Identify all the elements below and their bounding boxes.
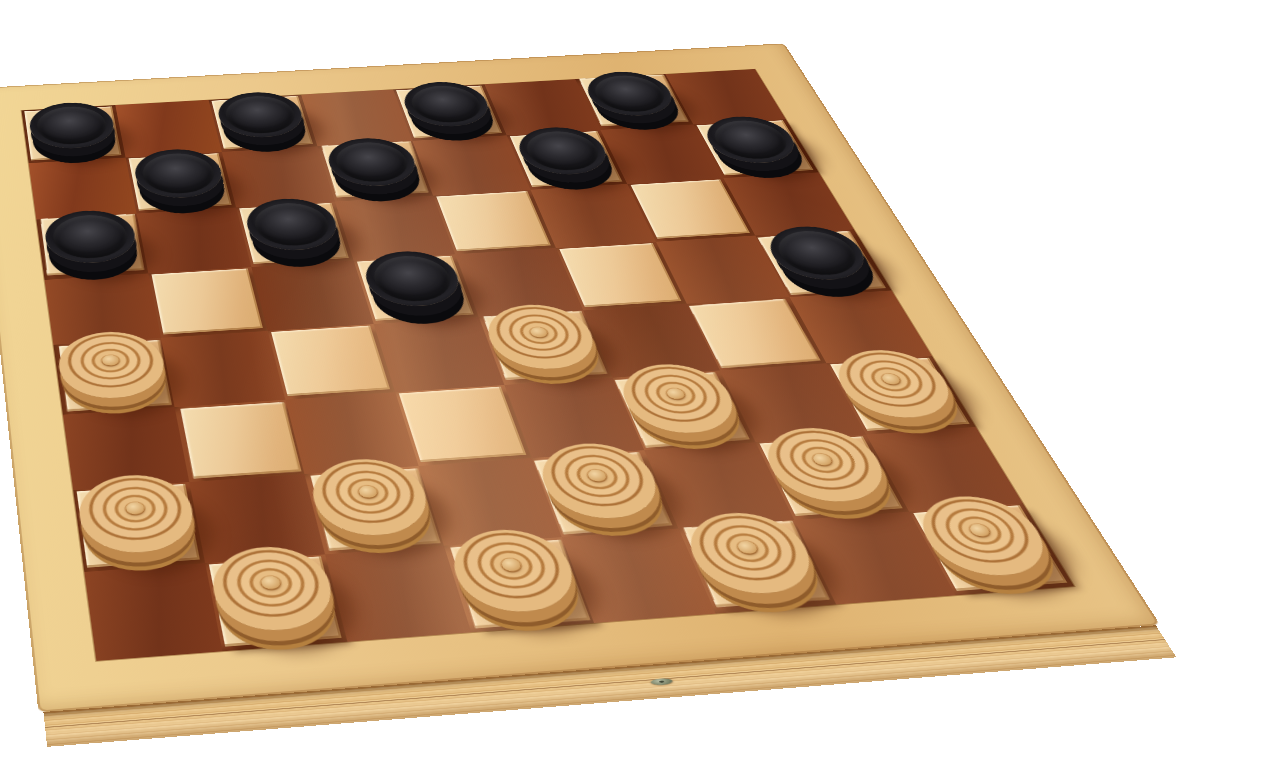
black-man-glyph: ⛂ [26,101,117,151]
black-man-glyph: ⛂ [213,90,308,139]
photo-canvas: ⛂⛂⛂⛂⛂⛂⛂⛂⛂⛂⛂⛂⛀⛀⛀⛀⛀⛀⛀⛀⛀⛀⛀⛀ [0,0,1276,763]
square-b3[interactable] [137,208,252,274]
square-a1[interactable]: ⛂ [21,105,125,163]
checkers-board: ⛂⛂⛂⛂⛂⛂⛂⛂⛂⛂⛂⛂⛀⛀⛀⛀⛀⛀⛀⛀⛀⛀⛀⛀ [0,43,1160,712]
square-b2[interactable]: ⛂ [126,152,237,214]
square-a5[interactable]: ⛀ [53,338,174,415]
black-man-glyph: ⛂ [42,208,140,265]
light-tile-d6 [399,387,526,462]
black-man-glyph: ⛂ [241,196,344,252]
checker-white-b8[interactable]: ⛀ [205,543,340,634]
checker-black-b2[interactable]: ⛂ [130,147,227,200]
checker-black-d2[interactable]: ⛂ [322,136,423,188]
light-tile-b6 [181,402,301,478]
white-man-glyph: ⛀ [54,329,169,401]
black-man-glyph: ⛂ [322,136,423,188]
square-b4[interactable] [148,267,267,338]
light-tile-c5 [271,326,390,396]
square-a8[interactable] [84,563,222,661]
checker-black-a1[interactable]: ⛂ [26,101,117,151]
white-man-glyph: ⛀ [304,456,437,539]
square-b6[interactable] [175,400,305,482]
checker-white-c7[interactable]: ⛀ [304,456,437,539]
scene: ⛂⛂⛂⛂⛂⛂⛂⛂⛂⛂⛂⛂⛀⛀⛀⛀⛀⛀⛀⛀⛀⛀⛀⛀ [0,0,1276,763]
black-man-glyph: ⛂ [758,224,877,282]
clasp-icon [650,678,674,686]
square-a7[interactable]: ⛀ [73,482,205,572]
square-c3[interactable]: ⛂ [236,202,354,267]
white-man-glyph: ⛀ [74,472,200,556]
checker-black-c1[interactable]: ⛂ [213,90,308,139]
white-man-glyph: ⛀ [205,543,340,634]
checker-black-a3[interactable]: ⛂ [42,208,140,265]
checker-black-h4[interactable]: ⛂ [758,224,877,282]
black-man-glyph: ⛂ [130,147,227,200]
square-b5[interactable] [161,331,285,407]
light-tile-e3 [436,191,550,251]
black-man-glyph: ⛂ [696,114,805,165]
checker-black-c3[interactable]: ⛂ [241,196,344,252]
checker-white-a7[interactable]: ⛀ [74,472,200,556]
square-c5[interactable] [268,324,396,400]
light-tile-b4 [152,269,263,335]
checker-white-a5[interactable]: ⛀ [54,329,169,401]
square-b8[interactable]: ⛀ [205,554,347,651]
square-a3[interactable]: ⛂ [36,214,148,280]
board-grid: ⛂⛂⛂⛂⛂⛂⛂⛂⛂⛂⛂⛂⛀⛀⛀⛀⛀⛀⛀⛀⛀⛀⛀⛀ [21,69,1074,661]
checker-black-h2[interactable]: ⛂ [696,114,805,165]
square-c1[interactable]: ⛂ [209,95,318,152]
square-c4[interactable] [251,261,373,331]
